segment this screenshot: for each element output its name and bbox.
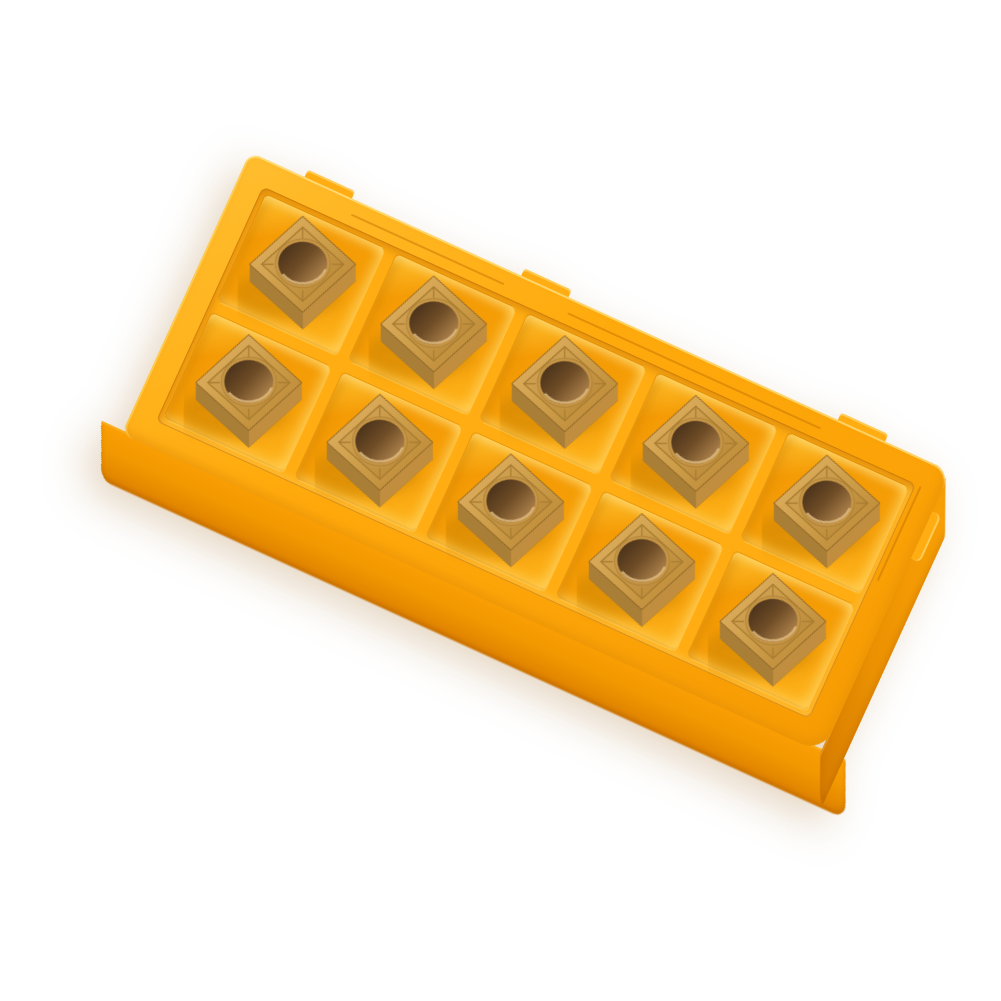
insert-hole — [630, 396, 748, 509]
carbide-insert — [630, 380, 760, 520]
carbide-insert — [577, 497, 707, 637]
carbide-insert-graphic — [708, 557, 838, 697]
carbide-insert — [315, 378, 445, 518]
carbide-insert-graphic — [315, 378, 445, 518]
insert-hole — [315, 394, 433, 507]
carbide-insert — [184, 319, 314, 459]
carbide-insert-graphic — [238, 201, 368, 341]
carbide-insert — [369, 260, 499, 400]
insert-hole — [184, 335, 302, 448]
insert-hole — [500, 336, 618, 449]
insert-hole — [238, 217, 356, 330]
carbide-insert-graphic — [577, 497, 707, 637]
insert-hole — [577, 513, 695, 626]
carbide-insert — [708, 557, 838, 697]
carbide-insert-graphic — [761, 439, 891, 579]
carbide-insert — [761, 439, 891, 579]
carbide-insert-graphic — [446, 438, 576, 578]
product-photo-scene: Angled overhead product photo of a brigh… — [0, 0, 1001, 1001]
carbide-insert — [238, 201, 368, 341]
carbide-insert — [500, 320, 630, 460]
insert-hole — [761, 455, 879, 568]
insert-hole — [446, 454, 564, 567]
carbide-insert-graphic — [184, 319, 314, 459]
carbide-insert-graphic — [500, 320, 630, 460]
carbide-insert — [446, 438, 576, 578]
insert-hole — [369, 276, 487, 389]
insert-hole — [708, 573, 826, 686]
image-caption: Angled overhead product photo of a brigh… — [0, 0, 1, 1]
carbide-insert-graphic — [630, 380, 760, 520]
carbide-insert-graphic — [369, 260, 499, 400]
